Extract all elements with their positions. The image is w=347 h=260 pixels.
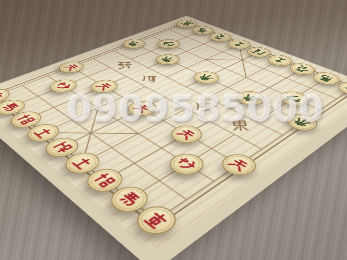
piece-top-face: [263, 53, 297, 68]
piece-side-wall: [0, 86, 14, 105]
piece-side-wall: [223, 38, 254, 51]
piece-side-wall: [172, 18, 201, 29]
piece-side-wall: [118, 37, 149, 50]
piece-side-wall: [215, 150, 262, 179]
piece-character-兵: [224, 155, 254, 174]
river-character-河: [140, 74, 160, 83]
piece-red-soldier-i4[interactable]: [215, 150, 262, 179]
piece-character-相: [89, 170, 120, 191]
piece-character-兵: [60, 62, 82, 72]
piece-top-face: [153, 37, 184, 50]
piece-side-wall: [0, 86, 14, 105]
piece-top-face: [333, 79, 347, 97]
piece-top-face: [0, 86, 14, 105]
piece-green-soldier-c7[interactable]: [151, 52, 184, 67]
piece-top-face: [6, 109, 47, 131]
piece-character-車: [177, 20, 196, 27]
piece-side-wall: [188, 25, 218, 37]
piece-side-wall: [22, 121, 65, 145]
piece-green-chariot-i10[interactable]: [333, 79, 347, 97]
piece-side-wall: [215, 150, 262, 179]
piece-side-wall: [172, 18, 201, 29]
piece-character-車: [0, 90, 8, 102]
piece-green-chariot-a10[interactable]: [172, 18, 201, 29]
piece-character-馬: [315, 73, 338, 84]
piece-side-wall: [80, 165, 129, 197]
piece-side-wall: [59, 149, 105, 178]
board-edge: [0, 21, 347, 260]
piece-side-wall: [22, 121, 65, 145]
piece-side-wall: [205, 31, 236, 43]
piece-side-wall: [308, 70, 344, 87]
piece-side-wall: [163, 150, 210, 179]
piece-side-wall: [205, 31, 236, 43]
piece-top-face: [285, 61, 320, 77]
piece-top-face: [59, 149, 105, 178]
piece-side-wall: [223, 38, 254, 51]
piece-red-advisor-d1[interactable]: [22, 121, 65, 145]
piece-side-wall: [0, 97, 30, 118]
board-grid-lines: [0, 16, 347, 252]
river-character-楚: [114, 61, 134, 69]
piece-side-wall: [130, 201, 184, 240]
piece-side-wall: [243, 45, 275, 59]
piece-top-face: [163, 150, 210, 179]
piece-character-車: [340, 83, 347, 95]
piece-side-wall: [0, 86, 14, 105]
piece-top-face: [151, 52, 184, 67]
pieces-layer: [186, 16, 347, 89]
piece-side-wall: [215, 150, 262, 179]
piece-red-horse-b1[interactable]: [0, 97, 30, 118]
piece-side-wall: [0, 97, 30, 118]
piece-side-wall: [40, 134, 84, 161]
piece-character-將: [248, 48, 269, 57]
piece-side-wall: [59, 149, 105, 178]
piece-character-炮: [171, 155, 201, 174]
piece-side-wall: [189, 69, 225, 86]
piece-red-cannon-h3[interactable]: [163, 150, 210, 179]
piece-character-砲: [159, 40, 179, 48]
piece-side-wall: [333, 79, 347, 97]
piece-red-advisor-f1[interactable]: [59, 149, 105, 178]
piece-character-士: [229, 40, 249, 49]
piece-side-wall: [54, 59, 88, 75]
piece-red-chariot-i1[interactable]: [130, 201, 184, 240]
piece-side-wall: [163, 150, 210, 179]
piece-side-wall: [6, 109, 47, 131]
piece-side-wall: [308, 70, 344, 87]
piece-character-車: [139, 208, 174, 233]
piece-side-wall: [104, 182, 155, 217]
river-inscription: [186, 16, 347, 89]
xiangqi-board: [0, 16, 347, 252]
piece-green-soldier-e7[interactable]: [189, 69, 225, 86]
piece-top-face: [22, 121, 65, 145]
piece-side-wall: [104, 182, 155, 217]
piece-side-wall: [263, 53, 297, 68]
piece-side-wall: [285, 61, 320, 77]
piece-top-face: [104, 182, 155, 217]
piece-top-face: [40, 134, 84, 161]
piece-character-卒: [157, 55, 179, 65]
piece-top-face: [0, 97, 30, 118]
piece-side-wall: [59, 149, 105, 178]
piece-side-wall: [333, 79, 347, 97]
piece-side-wall: [54, 59, 88, 75]
piece-side-wall: [54, 59, 88, 75]
piece-side-wall: [243, 45, 275, 59]
piece-side-wall: [188, 25, 218, 37]
piece-side-wall: [205, 31, 236, 43]
piece-side-wall: [80, 165, 129, 197]
piece-top-face: [205, 31, 236, 43]
piece-side-wall: [189, 69, 225, 86]
piece-side-wall: [153, 37, 184, 50]
piece-top-face: [130, 201, 184, 240]
piece-side-wall: [0, 97, 30, 118]
piece-character-仕: [67, 154, 97, 173]
piece-side-wall: [118, 37, 149, 50]
piece-red-chariot-a1[interactable]: [0, 86, 14, 105]
xiangqi-product-photo: 0909585000: [0, 0, 347, 260]
piece-green-soldier-a7[interactable]: [118, 37, 149, 50]
piece-side-wall: [189, 69, 225, 86]
piece-side-wall: [104, 182, 155, 217]
piece-side-wall: [118, 37, 149, 50]
piece-red-general-e1[interactable]: [40, 134, 84, 161]
piece-green-elephant-g10[interactable]: [285, 61, 320, 77]
board-surface: [0, 16, 347, 252]
piece-side-wall: [223, 38, 254, 51]
piece-side-wall: [172, 18, 201, 29]
piece-side-wall: [151, 52, 184, 67]
piece-red-elephant-c1[interactable]: [6, 109, 47, 131]
piece-side-wall: [151, 52, 184, 67]
piece-character-士: [269, 55, 291, 65]
piece-green-general-e10[interactable]: [243, 45, 275, 59]
piece-character-卒: [195, 72, 218, 83]
piece-character-象: [291, 64, 313, 74]
piece-side-wall: [243, 45, 275, 59]
piece-green-horse-h10[interactable]: [308, 70, 344, 87]
piece-side-wall: [163, 150, 210, 179]
watermark-phone-number: 0909585000: [66, 87, 323, 130]
piece-character-卒: [124, 39, 144, 47]
piece-top-face: [189, 69, 225, 86]
piece-side-wall: [153, 37, 184, 50]
piece-side-wall: [263, 53, 297, 68]
piece-top-face: [54, 59, 88, 75]
piece-side-wall: [130, 201, 184, 240]
piece-character-馬: [0, 101, 23, 114]
piece-red-soldier-a4[interactable]: [54, 59, 88, 75]
piece-side-wall: [308, 70, 344, 87]
piece-side-wall: [80, 165, 129, 197]
piece-character-馬: [113, 188, 146, 211]
piece-top-face: [172, 18, 201, 29]
piece-character-象: [211, 33, 231, 41]
piece-top-face: [223, 38, 254, 51]
piece-character-仕: [30, 125, 58, 141]
piece-green-advisor-d10[interactable]: [223, 38, 254, 51]
piece-character-相: [13, 112, 39, 127]
piece-green-cannon-b8[interactable]: [153, 37, 184, 50]
piece-character-馬: [193, 27, 212, 35]
piece-top-face: [243, 45, 275, 59]
piece-top-face: [215, 150, 262, 179]
piece-top-face: [188, 25, 218, 37]
piece-red-horse-h1[interactable]: [104, 182, 155, 217]
piece-side-wall: [151, 52, 184, 67]
piece-side-wall: [263, 53, 297, 68]
piece-green-advisor-f10[interactable]: [263, 53, 297, 68]
piece-side-wall: [6, 109, 47, 131]
piece-side-wall: [22, 121, 65, 145]
piece-green-horse-b10[interactable]: [188, 25, 218, 37]
piece-side-wall: [153, 37, 184, 50]
piece-side-wall: [130, 201, 184, 240]
piece-side-wall: [188, 25, 218, 37]
piece-side-wall: [333, 79, 347, 97]
piece-top-face: [118, 37, 149, 50]
piece-top-face: [80, 165, 129, 197]
piece-character-帥: [48, 139, 77, 156]
piece-side-wall: [285, 61, 320, 77]
piece-side-wall: [285, 61, 320, 77]
piece-top-face: [308, 70, 344, 87]
piece-side-wall: [6, 109, 47, 131]
piece-green-elephant-c10[interactable]: [205, 31, 236, 43]
piece-side-wall: [40, 134, 84, 161]
piece-side-wall: [40, 134, 84, 161]
wood-grain: [0, 16, 347, 252]
piece-red-elephant-g1[interactable]: [80, 165, 129, 197]
